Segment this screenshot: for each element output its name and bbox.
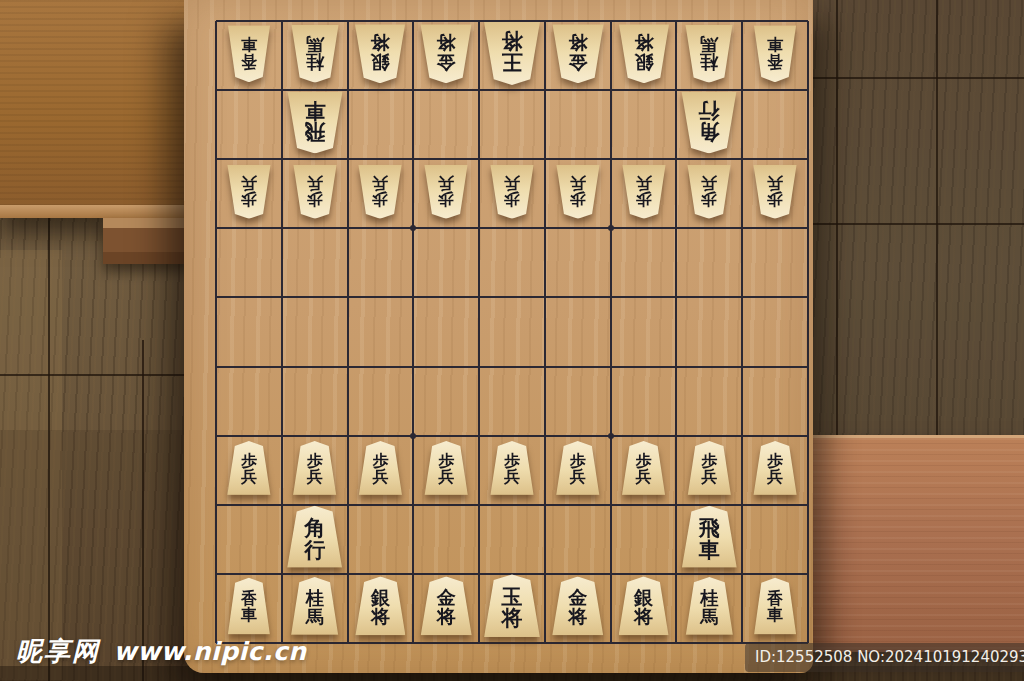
left-table-edge	[0, 205, 193, 218]
piece-kanji: 兵	[504, 174, 520, 190]
piece-kanji: 金	[437, 588, 456, 607]
piece-kanji: 馬	[306, 34, 324, 52]
piece-face: 玉将	[484, 574, 541, 637]
piece-kanji: 銀	[371, 588, 390, 607]
pieces-layer: 香車桂馬銀将金将王将金将銀将桂馬香車飛車角行歩兵歩兵歩兵歩兵歩兵歩兵歩兵歩兵歩兵…	[216, 21, 808, 643]
floor-seam	[0, 374, 190, 376]
piece-face: 銀将	[355, 577, 406, 636]
piece-kanji: 歩	[504, 191, 520, 207]
piece-silver-gote[interactable]: 銀将	[618, 24, 669, 83]
piece-knight-gote[interactable]: 桂馬	[291, 24, 339, 82]
piece-kanji: 将	[568, 33, 587, 52]
piece-kanji: 兵	[307, 469, 323, 485]
piece-face: 歩兵	[622, 165, 666, 219]
piece-knight-sente[interactable]: 桂馬	[685, 577, 733, 635]
piece-kanji: 歩	[636, 191, 652, 207]
piece-face: 金将	[552, 577, 604, 636]
piece-face: 歩兵	[227, 441, 271, 495]
piece-kanji: 将	[371, 607, 390, 626]
piece-silver-sente[interactable]: 銀将	[355, 577, 406, 636]
piece-face: 歩兵	[556, 165, 600, 219]
piece-kanji: 歩	[372, 191, 388, 207]
piece-face: 歩兵	[424, 441, 468, 495]
floor-plank-dark	[812, 0, 1024, 437]
piece-kanji: 将	[502, 30, 523, 51]
piece-kanji: 金	[568, 588, 587, 607]
piece-kanji: 将	[634, 33, 653, 52]
piece-pawn-gote[interactable]: 歩兵	[556, 165, 600, 219]
piece-kanji: 車	[767, 36, 783, 52]
piece-kanji: 兵	[570, 469, 586, 485]
piece-kanji: 兵	[701, 469, 717, 485]
piece-face: 銀将	[355, 24, 406, 83]
piece-face: 桂馬	[685, 24, 733, 82]
piece-kanji: 将	[437, 607, 456, 626]
piece-face: 香車	[754, 25, 797, 82]
piece-pawn-gote[interactable]: 歩兵	[753, 165, 797, 219]
piece-lance-gote[interactable]: 香車	[227, 25, 270, 82]
piece-face: 香車	[227, 25, 270, 82]
piece-pawn-sente[interactable]: 歩兵	[424, 441, 468, 495]
floor-plank-light	[0, 250, 62, 680]
left-table	[0, 0, 193, 218]
piece-lance-gote[interactable]: 香車	[754, 25, 797, 82]
piece-kanji: 兵	[701, 174, 717, 190]
piece-kanji: 玉	[502, 586, 523, 607]
piece-face: 王将	[484, 22, 541, 85]
piece-face: 歩兵	[424, 165, 468, 219]
piece-bishop-sente[interactable]: 角行	[287, 506, 343, 568]
image-id-text: ID:12552508 NO:20241019124029358108	[755, 648, 1024, 666]
piece-silver-sente[interactable]: 銀将	[618, 577, 669, 636]
piece-pawn-sente[interactable]: 歩兵	[622, 441, 666, 495]
piece-kanji: 車	[767, 607, 783, 623]
piece-pawn-sente[interactable]: 歩兵	[556, 441, 600, 495]
piece-face: 歩兵	[753, 165, 797, 219]
piece-kanji: 歩	[307, 191, 323, 207]
floor-seam	[812, 223, 1024, 225]
photo-scene: 香車桂馬銀将金将王将金将銀将桂馬香車飛車角行歩兵歩兵歩兵歩兵歩兵歩兵歩兵歩兵歩兵…	[0, 0, 1024, 681]
piece-pawn-sente[interactable]: 歩兵	[358, 441, 402, 495]
piece-kanji: 歩	[570, 191, 586, 207]
piece-kanji: 将	[502, 607, 523, 628]
piece-face: 歩兵	[687, 441, 731, 495]
piece-kanji: 金	[568, 52, 587, 71]
piece-face: 歩兵	[293, 441, 337, 495]
piece-pawn-gote[interactable]: 歩兵	[424, 165, 468, 219]
piece-face: 銀将	[618, 24, 669, 83]
piece-face: 銀将	[618, 577, 669, 636]
piece-kanji: 兵	[241, 469, 257, 485]
piece-face: 金将	[552, 24, 604, 83]
piece-gold-gote[interactable]: 金将	[552, 24, 604, 83]
piece-kanji: 銀	[371, 52, 390, 71]
piece-rook-gote[interactable]: 飛車	[287, 91, 343, 153]
piece-lance-sente[interactable]: 香車	[227, 578, 270, 635]
piece-kanji: 馬	[700, 34, 718, 52]
piece-kanji: 兵	[372, 469, 388, 485]
piece-kanji: 歩	[767, 191, 783, 207]
piece-kanji: 行	[699, 99, 720, 120]
piece-kanji: 車	[304, 99, 325, 120]
piece-pawn-sente[interactable]: 歩兵	[687, 441, 731, 495]
piece-face: 歩兵	[227, 165, 271, 219]
piece-pawn-sente[interactable]: 歩兵	[490, 441, 534, 495]
nipic-url: www.nipic.cn	[114, 637, 307, 666]
piece-king-gyokusho-sente[interactable]: 玉将	[484, 574, 541, 637]
piece-kanji: 香	[767, 52, 783, 68]
nipic-watermark: 昵享网 www.nipic.cn	[16, 634, 307, 669]
piece-gold-sente[interactable]: 金将	[552, 577, 604, 636]
piece-kanji: 行	[304, 538, 325, 559]
piece-kanji: 馬	[700, 607, 718, 625]
piece-pawn-gote[interactable]: 歩兵	[687, 165, 731, 219]
floor-seam	[48, 218, 50, 681]
piece-pawn-gote[interactable]: 歩兵	[490, 165, 534, 219]
floor-seam	[142, 340, 144, 681]
piece-kanji: 銀	[634, 588, 653, 607]
piece-kanji: 兵	[636, 174, 652, 190]
piece-face: 歩兵	[490, 165, 534, 219]
piece-kanji: 兵	[504, 469, 520, 485]
floor-seam	[836, 0, 838, 437]
piece-kanji: 金	[437, 52, 456, 71]
piece-face: 歩兵	[358, 165, 402, 219]
piece-face: 歩兵	[490, 441, 534, 495]
piece-kanji: 兵	[636, 469, 652, 485]
piece-face: 桂馬	[291, 577, 339, 635]
piece-kanji: 将	[437, 33, 456, 52]
piece-face: 飛車	[287, 91, 343, 153]
piece-face: 香車	[754, 578, 797, 635]
piece-face: 角行	[287, 506, 343, 568]
piece-pawn-gote[interactable]: 歩兵	[227, 165, 271, 219]
piece-face: 桂馬	[291, 24, 339, 82]
piece-face: 歩兵	[358, 441, 402, 495]
piece-kanji: 角	[699, 121, 720, 142]
piece-kanji: 将	[634, 607, 653, 626]
piece-gold-sente[interactable]: 金将	[420, 577, 472, 636]
piece-kanji: 香	[241, 52, 257, 68]
floor-seam	[936, 0, 938, 437]
piece-kanji: 歩	[241, 191, 257, 207]
piece-face: 角行	[681, 91, 737, 153]
piece-pawn-sente[interactable]: 歩兵	[293, 441, 337, 495]
piece-knight-sente[interactable]: 桂馬	[291, 577, 339, 635]
piece-kanji: 兵	[438, 174, 454, 190]
piece-face: 金将	[420, 577, 472, 636]
piece-kanji: 兵	[438, 469, 454, 485]
piece-face: 歩兵	[622, 441, 666, 495]
piece-face: 飛車	[681, 506, 737, 568]
piece-silver-gote[interactable]: 銀将	[355, 24, 406, 83]
piece-kanji: 王	[502, 52, 523, 73]
floor-seam	[812, 77, 1024, 79]
piece-kanji: 兵	[767, 174, 783, 190]
piece-kanji: 飛	[699, 517, 720, 538]
piece-face: 歩兵	[556, 441, 600, 495]
piece-kanji: 将	[568, 607, 587, 626]
piece-kanji: 兵	[372, 174, 388, 190]
piece-pawn-sente[interactable]: 歩兵	[227, 441, 271, 495]
piece-pawn-gote[interactable]: 歩兵	[293, 165, 337, 219]
piece-kanji: 飛	[304, 121, 325, 142]
piece-kanji: 将	[371, 33, 390, 52]
piece-face: 歩兵	[687, 165, 731, 219]
piece-kanji: 桂	[700, 52, 718, 70]
piece-kanji: 兵	[241, 174, 257, 190]
piece-rook-sente[interactable]: 飛車	[681, 506, 737, 568]
piece-knight-gote[interactable]: 桂馬	[685, 24, 733, 82]
piece-kanji: 兵	[570, 174, 586, 190]
piece-face: 歩兵	[753, 441, 797, 495]
piece-face: 歩兵	[293, 165, 337, 219]
piece-lance-sente[interactable]: 香車	[754, 578, 797, 635]
piece-kanji: 馬	[306, 607, 324, 625]
piece-pawn-sente[interactable]: 歩兵	[753, 441, 797, 495]
piece-kanji: 兵	[767, 469, 783, 485]
piece-kanji: 銀	[634, 52, 653, 71]
image-id-strip: ID:12552508 NO:20241019124029358108	[745, 643, 1024, 672]
piece-kanji: 車	[241, 36, 257, 52]
piece-kanji: 車	[241, 607, 257, 623]
piece-gold-gote[interactable]: 金将	[420, 24, 472, 83]
piece-kanji: 歩	[701, 191, 717, 207]
piece-kanji: 角	[304, 517, 325, 538]
piece-king-osho-gote[interactable]: 王将	[484, 22, 541, 85]
piece-kanji: 桂	[306, 52, 324, 70]
piece-face: 金将	[420, 24, 472, 83]
piece-kanji: 兵	[307, 174, 323, 190]
piece-face: 桂馬	[685, 577, 733, 635]
piece-bishop-gote[interactable]: 角行	[681, 91, 737, 153]
piece-kanji: 歩	[438, 191, 454, 207]
piece-pawn-gote[interactable]: 歩兵	[358, 165, 402, 219]
piece-kanji: 車	[699, 538, 720, 559]
nipic-logo: 昵享网	[16, 636, 100, 666]
right-table	[812, 435, 1024, 652]
piece-pawn-gote[interactable]: 歩兵	[622, 165, 666, 219]
table-leg-molding	[103, 218, 190, 264]
shogi-board: 香車桂馬銀将金将王将金将銀将桂馬香車飛車角行歩兵歩兵歩兵歩兵歩兵歩兵歩兵歩兵歩兵…	[184, 0, 813, 673]
piece-face: 香車	[227, 578, 270, 635]
